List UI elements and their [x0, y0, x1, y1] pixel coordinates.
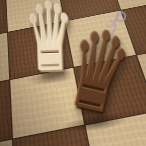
- smoke-icon: [98, 4, 130, 40]
- chess-scene: ♛ ♛: [0, 0, 146, 146]
